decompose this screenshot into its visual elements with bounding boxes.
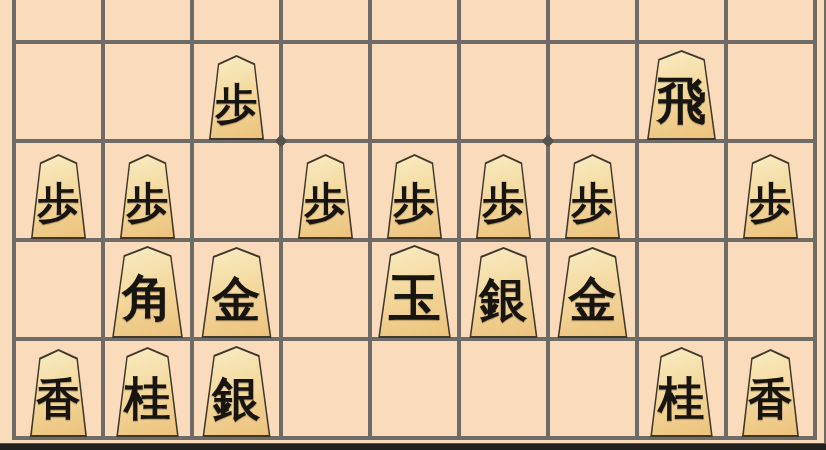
piece-kanji-label: 歩 [483, 170, 525, 224]
piece-pawn[interactable]: 歩 [207, 55, 267, 140]
piece-pawn[interactable]: 歩 [118, 154, 178, 239]
piece-face: 金 [201, 249, 273, 336]
piece-kanji-label: 香 [749, 365, 793, 421]
board-cell-7-6[interactable]: 歩 [194, 44, 279, 139]
piece-silver[interactable]: 銀 [467, 247, 541, 338]
board-cell-8-6[interactable] [105, 44, 190, 139]
board-cell-8-9[interactable]: 桂 [105, 341, 190, 436]
piece-kanji-label: 玉 [389, 260, 441, 324]
board-cell-6-9[interactable] [283, 341, 368, 436]
shogi-board-viewport: 歩飛歩歩歩歩歩歩歩角金玉銀金香桂銀桂香 [0, 0, 826, 450]
piece-face: 歩 [476, 156, 532, 237]
board-cell-6-8[interactable] [283, 242, 368, 337]
piece-kanji-label: 桂 [125, 363, 171, 421]
piece-pawn[interactable]: 歩 [385, 154, 445, 239]
board-cell-4-7[interactable]: 歩 [461, 143, 546, 238]
piece-pawn[interactable]: 歩 [474, 154, 534, 239]
piece-face: 歩 [31, 156, 87, 237]
board-cell-3-8[interactable]: 金 [550, 242, 635, 337]
piece-kanji-label: 金 [569, 263, 617, 323]
board-cell-2-7[interactable] [639, 143, 724, 238]
piece-face: 銀 [202, 348, 272, 435]
piece-kanji-label: 歩 [216, 71, 258, 125]
piece-kanji-label: 角 [123, 261, 173, 323]
board-cell-1-5[interactable] [728, 0, 813, 40]
board-cell-9-9[interactable]: 香 [16, 341, 101, 436]
piece-face: 香 [742, 351, 800, 435]
piece-pawn[interactable]: 歩 [29, 154, 89, 239]
piece-pawn[interactable]: 歩 [296, 154, 356, 239]
piece-face: 歩 [298, 156, 354, 237]
board-cell-4-9[interactable] [461, 341, 546, 436]
board-cell-5-5[interactable] [372, 0, 457, 40]
board-cell-2-5[interactable] [639, 0, 724, 40]
piece-kanji-label: 歩 [572, 170, 614, 224]
piece-kanji-label: 香 [37, 365, 81, 421]
board-cell-9-7[interactable]: 歩 [16, 143, 101, 238]
piece-face: 金 [557, 249, 629, 336]
board-cell-8-7[interactable]: 歩 [105, 143, 190, 238]
piece-gold[interactable]: 金 [199, 247, 275, 338]
piece-kanji-label: 歩 [750, 170, 792, 224]
board-cell-6-6[interactable] [283, 44, 368, 139]
piece-kanji-label: 銀 [480, 263, 528, 323]
board-cell-3-6[interactable] [550, 44, 635, 139]
piece-face: 歩 [565, 156, 621, 237]
board-cell-7-8[interactable]: 金 [194, 242, 279, 337]
piece-bishop[interactable]: 角 [109, 246, 186, 338]
board-cell-8-5[interactable] [105, 0, 190, 40]
piece-king[interactable]: 玉 [375, 245, 454, 338]
board-cell-6-7[interactable]: 歩 [283, 143, 368, 238]
board-cell-2-8[interactable] [639, 242, 724, 337]
piece-knight[interactable]: 桂 [648, 347, 716, 437]
board-cell-1-7[interactable]: 歩 [728, 143, 813, 238]
board-cell-4-6[interactable] [461, 44, 546, 139]
board-cell-8-8[interactable]: 角 [105, 242, 190, 337]
piece-face: 飛 [646, 52, 717, 138]
board-cell-7-7[interactable] [194, 143, 279, 238]
board-cell-5-7[interactable]: 歩 [372, 143, 457, 238]
piece-face: 歩 [743, 156, 799, 237]
piece-rook[interactable]: 飛 [644, 50, 719, 140]
piece-kanji-label: 飛 [657, 64, 707, 126]
board-outer-frame-bottom [0, 443, 826, 450]
piece-silver[interactable]: 銀 [200, 346, 274, 437]
piece-pawn[interactable]: 歩 [563, 154, 623, 239]
piece-lance[interactable]: 香 [740, 349, 802, 437]
board-cell-5-6[interactable] [372, 44, 457, 139]
board-cell-7-9[interactable]: 銀 [194, 341, 279, 436]
piece-lance[interactable]: 香 [28, 349, 90, 437]
board-cell-1-8[interactable] [728, 242, 813, 337]
board-cell-1-9[interactable]: 香 [728, 341, 813, 436]
piece-kanji-label: 桂 [659, 363, 705, 421]
piece-pawn[interactable]: 歩 [741, 154, 801, 239]
piece-face: 歩 [387, 156, 443, 237]
board-cell-9-6[interactable] [16, 44, 101, 139]
piece-kanji-label: 歩 [38, 170, 80, 224]
board-cell-3-7[interactable]: 歩 [550, 143, 635, 238]
piece-face: 桂 [116, 349, 180, 435]
board-cell-7-5[interactable] [194, 0, 279, 40]
piece-kanji-label: 銀 [213, 362, 261, 422]
board-cell-3-5[interactable] [550, 0, 635, 40]
piece-face: 桂 [650, 349, 714, 435]
piece-kanji-label: 金 [213, 263, 261, 323]
board-cell-9-5[interactable] [16, 0, 101, 40]
board-cell-4-8[interactable]: 銀 [461, 242, 546, 337]
board-cell-6-5[interactable] [283, 0, 368, 40]
piece-face: 角 [111, 248, 184, 336]
board-cell-5-9[interactable] [372, 341, 457, 436]
board-cell-2-6[interactable]: 飛 [639, 44, 724, 139]
piece-face: 香 [30, 351, 88, 435]
piece-gold[interactable]: 金 [555, 247, 631, 338]
board-cell-5-8[interactable]: 玉 [372, 242, 457, 337]
shogi-board: 歩飛歩歩歩歩歩歩歩角金玉銀金香桂銀桂香 [12, 0, 817, 440]
piece-face: 歩 [209, 57, 265, 138]
piece-face: 歩 [120, 156, 176, 237]
piece-face: 銀 [469, 249, 539, 336]
board-cell-2-9[interactable]: 桂 [639, 341, 724, 436]
piece-kanji-label: 歩 [305, 170, 347, 224]
board-cell-3-9[interactable] [550, 341, 635, 436]
piece-knight[interactable]: 桂 [114, 347, 182, 437]
board-cell-4-5[interactable] [461, 0, 546, 40]
board-cell-9-8[interactable] [16, 242, 101, 337]
piece-kanji-label: 歩 [394, 170, 436, 224]
piece-kanji-label: 歩 [127, 170, 169, 224]
board-cell-1-6[interactable] [728, 44, 813, 139]
piece-face: 玉 [377, 247, 452, 336]
